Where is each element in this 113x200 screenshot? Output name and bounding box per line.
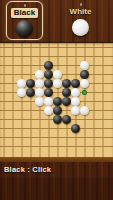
- black-stone: [26, 79, 35, 88]
- black-stone: [44, 61, 53, 70]
- white-stone: [44, 106, 53, 115]
- white-stone: [53, 70, 62, 79]
- white-stone: [80, 79, 89, 88]
- white-stone: [71, 88, 80, 97]
- black-stone-icon: [16, 20, 33, 37]
- black-stone: [53, 106, 62, 115]
- black-stone: [26, 88, 35, 97]
- black-stone: [71, 124, 80, 133]
- black-player-label: Black: [11, 8, 38, 18]
- black-stone: [44, 79, 53, 88]
- turn-status-text: Black : Click: [4, 165, 51, 174]
- white-stone: [35, 70, 44, 79]
- white-stone: [80, 61, 89, 70]
- white-stone: [17, 88, 26, 97]
- white-player-label: White: [67, 7, 95, 17]
- white-stone: [35, 88, 44, 97]
- board-bottom-edge: [0, 157, 113, 162]
- bottom-wood-area: [0, 178, 113, 200]
- black-stone: [80, 70, 89, 79]
- black-stone: [62, 115, 71, 124]
- black-stone: [62, 97, 71, 106]
- black-stone: [62, 88, 71, 97]
- white-stone: [71, 97, 80, 106]
- gomoku-board[interactable]: [0, 42, 113, 158]
- nail-mark: [80, 3, 82, 6]
- white-player-panel[interactable]: White: [62, 1, 99, 40]
- white-stone: [80, 106, 89, 115]
- black-stone: [62, 79, 71, 88]
- white-stone: [17, 79, 26, 88]
- white-stone: [35, 79, 44, 88]
- nail-mark: [24, 4, 26, 7]
- black-stone: [71, 79, 80, 88]
- white-stone-icon: [72, 19, 89, 36]
- black-stone: [44, 70, 53, 79]
- white-stone: [53, 79, 62, 88]
- black-player-panel[interactable]: Black: [6, 1, 43, 40]
- header: Black White: [0, 0, 113, 42]
- white-stone: [44, 97, 53, 106]
- white-stone: [35, 97, 44, 106]
- black-stone: [53, 97, 62, 106]
- app-root: Black White Black : Click: [0, 0, 113, 200]
- black-stone: [53, 115, 62, 124]
- black-stone: [44, 88, 53, 97]
- hint-marker: [82, 90, 87, 95]
- white-stone: [71, 106, 80, 115]
